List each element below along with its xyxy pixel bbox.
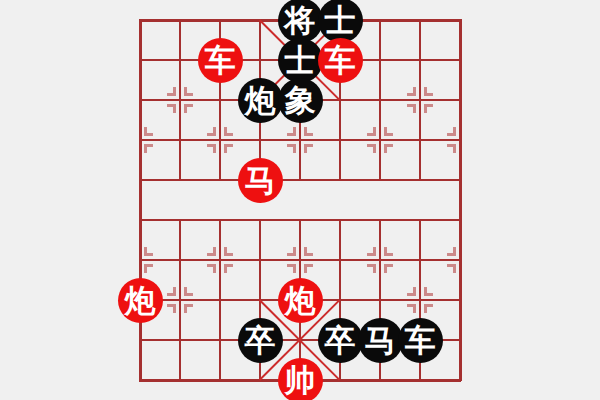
point-marker — [424, 304, 433, 313]
grid-line-file — [419, 19, 421, 181]
point-marker — [287, 144, 296, 153]
point-marker — [144, 264, 153, 273]
point-marker — [447, 247, 456, 256]
point-marker — [144, 247, 153, 256]
point-marker — [167, 104, 176, 113]
point-marker — [207, 127, 216, 136]
point-marker — [367, 127, 376, 136]
point-marker — [224, 127, 233, 136]
point-marker — [287, 247, 296, 256]
point-marker — [447, 264, 456, 273]
piece-black-horse[interactable]: 马 — [358, 318, 403, 363]
point-marker — [144, 127, 153, 136]
point-marker — [304, 127, 313, 136]
point-marker — [224, 144, 233, 153]
piece-red-general[interactable]: 帅 — [278, 358, 323, 400]
point-marker — [367, 144, 376, 153]
point-marker — [207, 264, 216, 273]
point-marker — [424, 87, 433, 96]
xiangqi-board: 将士车士车炮象马炮炮卒卒马车帅 — [0, 0, 600, 400]
point-marker — [207, 144, 216, 153]
point-marker — [304, 264, 313, 273]
grid-line-file — [459, 19, 462, 381]
piece-red-chariot[interactable]: 车 — [318, 38, 363, 83]
point-marker — [224, 247, 233, 256]
piece-black-soldier[interactable]: 卒 — [318, 318, 363, 363]
piece-red-chariot[interactable]: 车 — [198, 38, 243, 83]
piece-black-cannon[interactable]: 炮 — [238, 78, 283, 123]
grid-line-file — [379, 19, 381, 181]
point-marker — [167, 87, 176, 96]
point-marker — [407, 287, 416, 296]
point-marker — [144, 144, 153, 153]
piece-black-chariot[interactable]: 车 — [398, 318, 443, 363]
point-marker — [184, 87, 193, 96]
piece-black-advisor[interactable]: 士 — [278, 38, 323, 83]
point-marker — [407, 87, 416, 96]
point-marker — [224, 264, 233, 273]
point-marker — [447, 127, 456, 136]
grid-line-file — [139, 19, 142, 381]
point-marker — [167, 287, 176, 296]
point-marker — [384, 264, 393, 273]
point-marker — [184, 304, 193, 313]
piece-black-soldier[interactable]: 卒 — [238, 318, 283, 363]
point-marker — [407, 304, 416, 313]
piece-red-cannon[interactable]: 炮 — [278, 278, 323, 323]
piece-black-advisor[interactable]: 士 — [318, 0, 363, 43]
grid-line-file — [179, 219, 181, 381]
point-marker — [367, 247, 376, 256]
point-marker — [184, 287, 193, 296]
grid-line-file — [179, 19, 181, 181]
piece-red-horse[interactable]: 马 — [238, 158, 283, 203]
point-marker — [424, 104, 433, 113]
grid-line-file — [219, 219, 221, 381]
point-marker — [447, 144, 456, 153]
point-marker — [407, 104, 416, 113]
point-marker — [287, 127, 296, 136]
piece-red-cannon[interactable]: 炮 — [118, 278, 163, 323]
point-marker — [287, 264, 296, 273]
point-marker — [384, 247, 393, 256]
point-marker — [424, 287, 433, 296]
point-marker — [207, 247, 216, 256]
point-marker — [304, 144, 313, 153]
point-marker — [384, 127, 393, 136]
piece-black-general[interactable]: 将 — [278, 0, 323, 43]
point-marker — [367, 264, 376, 273]
xiangqi-app: 将士车士车炮象马炮炮卒卒马车帅 — [0, 0, 600, 400]
point-marker — [184, 104, 193, 113]
piece-black-elephant[interactable]: 象 — [278, 78, 323, 123]
point-marker — [304, 247, 313, 256]
point-marker — [384, 144, 393, 153]
point-marker — [167, 304, 176, 313]
